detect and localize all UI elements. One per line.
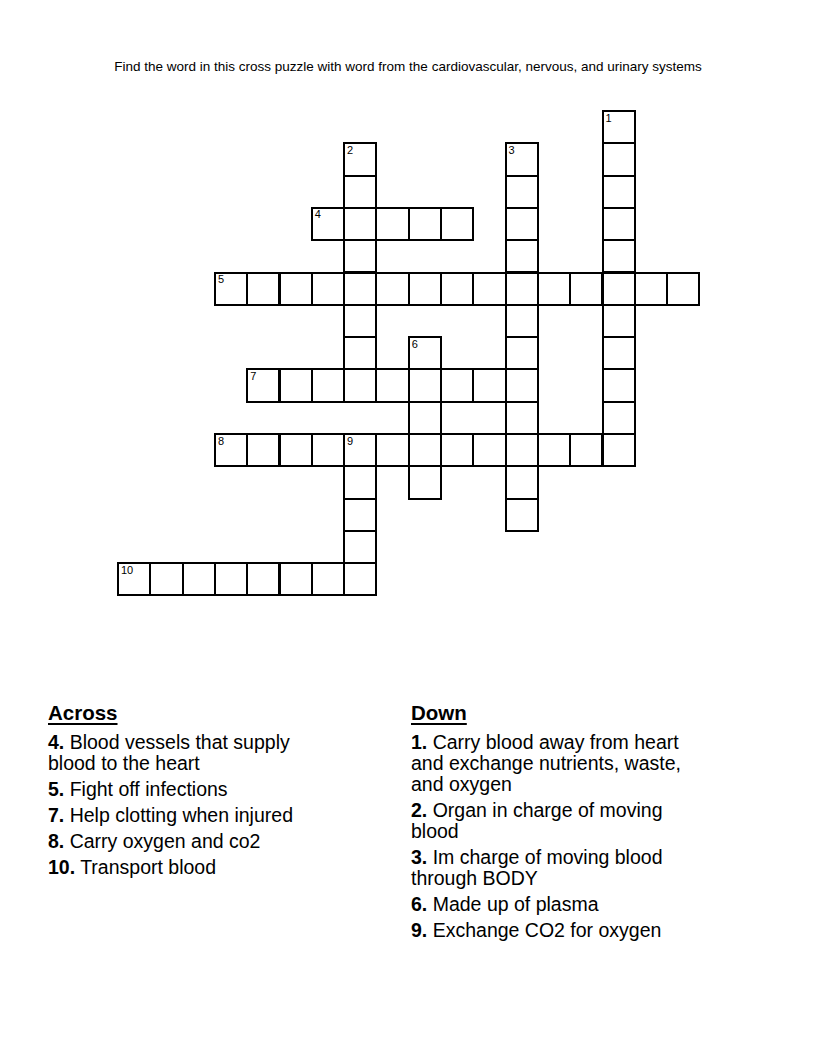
grid-cell[interactable] [666, 272, 700, 306]
grid-cell[interactable] [343, 272, 377, 306]
crossword-grid: 12345678910 [117, 110, 701, 597]
grid-cell[interactable] [602, 175, 636, 209]
grid-cell[interactable] [602, 272, 636, 306]
grid-cell[interactable]: 8 [214, 433, 248, 467]
grid-cell[interactable] [343, 562, 377, 596]
clue-text: Made up of plasma [427, 893, 598, 915]
grid-cell[interactable] [343, 530, 377, 564]
clue-item: 8. Carry oxygen and co2 [48, 831, 323, 852]
clue-text: Transport blood [75, 856, 216, 878]
across-heading: Across [48, 702, 323, 724]
clue-number: 10. [48, 856, 75, 878]
puzzle-title: Find the word in this cross puzzle with … [0, 59, 816, 75]
grid-cell[interactable]: 2 [343, 142, 377, 176]
grid-cell[interactable] [279, 562, 313, 596]
crossword-worksheet: { "game": "crossword", "title": "Find th… [0, 0, 816, 1056]
clue-item: 9. Exchange CO2 for oxygen [411, 920, 706, 941]
grid-cell[interactable] [311, 272, 345, 306]
grid-cell[interactable] [279, 433, 313, 467]
clue-number: 6. [411, 893, 427, 915]
cell-number: 5 [218, 274, 224, 285]
grid-cell[interactable] [408, 368, 442, 402]
cell-number: 9 [347, 436, 353, 447]
grid-cell[interactable] [311, 368, 345, 402]
grid-cell[interactable] [440, 433, 474, 467]
clue-item: 2. Organ in charge of moving blood [411, 800, 706, 842]
grid-cell[interactable] [343, 336, 377, 370]
grid-cell[interactable] [311, 433, 345, 467]
grid-cell[interactable] [279, 272, 313, 306]
clue-text: Blood vessels that supply blood to the h… [48, 731, 290, 774]
grid-cell[interactable] [182, 562, 216, 596]
grid-cell[interactable] [440, 272, 474, 306]
grid-cell[interactable] [505, 465, 539, 499]
grid-cell[interactable] [472, 272, 506, 306]
cell-number: 3 [509, 145, 515, 156]
grid-cell[interactable] [569, 272, 603, 306]
clue-item: 6. Made up of plasma [411, 894, 706, 915]
clue-text: Fight off infections [64, 778, 227, 800]
grid-cell[interactable]: 3 [505, 142, 539, 176]
grid-cell[interactable]: 5 [214, 272, 248, 306]
clue-item: 4. Blood vessels that supply blood to th… [48, 732, 323, 774]
grid-cell[interactable] [311, 562, 345, 596]
grid-cell[interactable] [634, 272, 668, 306]
grid-cell[interactable] [602, 304, 636, 338]
grid-cell[interactable] [602, 142, 636, 176]
grid-cell[interactable]: 1 [602, 110, 636, 144]
clue-item: 10. Transport blood [48, 857, 323, 878]
cell-number: 10 [121, 565, 133, 576]
grid-cell[interactable] [602, 368, 636, 402]
grid-cell[interactable] [472, 433, 506, 467]
grid-cell[interactable] [343, 465, 377, 499]
grid-cell[interactable]: 9 [343, 433, 377, 467]
clue-item: 1. Carry blood away from heart and excha… [411, 732, 706, 795]
clue-text: Im charge of moving blood through BODY [411, 846, 662, 889]
clue-number: 8. [48, 830, 64, 852]
grid-cell[interactable]: 7 [246, 368, 280, 402]
grid-cell[interactable] [343, 207, 377, 241]
cell-number: 8 [218, 436, 224, 447]
clue-item: 7. Help clotting when injured [48, 805, 323, 826]
grid-cell[interactable] [569, 433, 603, 467]
grid-cell[interactable] [214, 562, 248, 596]
clue-number: 7. [48, 804, 64, 826]
grid-cell[interactable] [505, 336, 539, 370]
grid-cell[interactable] [246, 562, 280, 596]
grid-cell[interactable] [408, 272, 442, 306]
down-heading: Down [411, 702, 706, 724]
grid-cell[interactable] [537, 272, 571, 306]
cell-number: 2 [347, 145, 353, 156]
clue-number: 1. [411, 731, 427, 753]
grid-cell[interactable] [246, 433, 280, 467]
grid-cell[interactable] [343, 239, 377, 273]
grid-cell[interactable]: 4 [311, 207, 345, 241]
grid-cell[interactable] [505, 272, 539, 306]
grid-cell[interactable] [343, 368, 377, 402]
clue-text: Exchange CO2 for oxygen [427, 919, 661, 941]
grid-cell[interactable] [343, 304, 377, 338]
cell-number: 6 [412, 339, 418, 350]
clue-number: 5. [48, 778, 64, 800]
grid-cell[interactable] [375, 368, 409, 402]
cell-number: 7 [250, 371, 256, 382]
grid-cell[interactable] [602, 207, 636, 241]
grid-cell[interactable] [505, 239, 539, 273]
grid-cell[interactable] [408, 465, 442, 499]
grid-cell[interactable] [440, 207, 474, 241]
grid-cell[interactable] [343, 498, 377, 532]
grid-cell[interactable] [375, 272, 409, 306]
grid-cell[interactable]: 6 [408, 336, 442, 370]
clue-number: 4. [48, 731, 64, 753]
grid-cell[interactable] [602, 336, 636, 370]
grid-cell[interactable] [505, 498, 539, 532]
grid-cell[interactable] [602, 239, 636, 273]
grid-cell[interactable] [505, 175, 539, 209]
grid-cell[interactable] [343, 175, 377, 209]
grid-cell[interactable] [537, 433, 571, 467]
grid-cell[interactable] [602, 401, 636, 435]
clue-item: 3. Im charge of moving blood through BOD… [411, 847, 706, 889]
grid-cell[interactable] [505, 433, 539, 467]
down-clues-column: Down 1. Carry blood away from heart and … [411, 702, 706, 946]
across-clues-column: Across 4. Blood vessels that supply bloo… [48, 702, 323, 883]
cell-number: 1 [606, 113, 612, 124]
down-clue-list: 1. Carry blood away from heart and excha… [411, 732, 706, 941]
grid-cell[interactable]: 10 [117, 562, 151, 596]
grid-cell[interactable] [375, 207, 409, 241]
grid-cell[interactable] [440, 368, 474, 402]
clue-number: 2. [411, 799, 427, 821]
grid-cell[interactable] [279, 368, 313, 402]
clue-number: 3. [411, 846, 427, 868]
clue-text: Carry oxygen and co2 [64, 830, 260, 852]
grid-cell[interactable] [408, 207, 442, 241]
grid-cell[interactable] [246, 272, 280, 306]
grid-cell[interactable] [505, 304, 539, 338]
grid-cell[interactable] [602, 433, 636, 467]
clue-text: Help clotting when injured [64, 804, 293, 826]
clue-number: 9. [411, 919, 427, 941]
grid-cell[interactable] [505, 207, 539, 241]
grid-cell[interactable] [408, 401, 442, 435]
grid-cell[interactable] [149, 562, 183, 596]
cell-number: 4 [315, 209, 321, 220]
grid-cell[interactable] [375, 433, 409, 467]
across-clue-list: 4. Blood vessels that supply blood to th… [48, 732, 323, 878]
grid-cell[interactable] [505, 401, 539, 435]
grid-cell[interactable] [505, 368, 539, 402]
grid-cell[interactable] [408, 433, 442, 467]
clue-text: Carry blood away from heart and exchange… [411, 731, 681, 795]
grid-cell[interactable] [472, 368, 506, 402]
clue-item: 5. Fight off infections [48, 779, 323, 800]
clue-text: Organ in charge of moving blood [411, 799, 662, 842]
